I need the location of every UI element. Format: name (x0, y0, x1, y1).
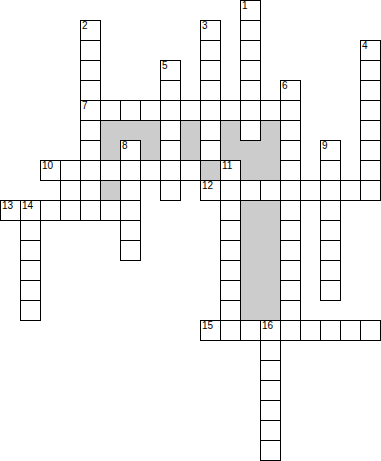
grid-cell[interactable]: 1 (240, 0, 261, 21)
grid-cell[interactable] (220, 240, 241, 261)
blocked-cell (240, 200, 260, 220)
grid-cell[interactable] (60, 200, 81, 221)
grid-cell[interactable] (220, 180, 241, 201)
grid-cell[interactable] (220, 280, 241, 301)
grid-cell[interactable] (260, 180, 281, 201)
cell-number: 1 (242, 1, 248, 11)
grid-cell[interactable] (20, 220, 41, 241)
grid-cell[interactable] (160, 120, 181, 141)
blocked-cell (260, 160, 280, 180)
grid-cell[interactable] (60, 160, 81, 181)
grid-cell[interactable] (280, 260, 301, 281)
grid-cell[interactable] (160, 160, 181, 181)
cell-number: 11 (222, 161, 232, 171)
grid-cell[interactable] (260, 360, 281, 381)
blocked-cell (260, 280, 280, 300)
blocked-cell (120, 120, 140, 140)
grid-cell[interactable] (80, 60, 101, 81)
grid-cell[interactable] (320, 320, 341, 341)
blocked-cell (240, 280, 260, 300)
blocked-cell (220, 140, 240, 160)
blocked-cell (140, 120, 160, 140)
grid-cell[interactable] (220, 320, 241, 341)
grid-cell[interactable] (360, 60, 381, 81)
grid-cell[interactable] (100, 200, 121, 221)
grid-cell[interactable] (100, 100, 121, 121)
grid-cell[interactable] (200, 140, 221, 161)
grid-cell[interactable] (240, 40, 261, 61)
blocked-cell (260, 260, 280, 280)
grid-cell[interactable] (80, 80, 101, 101)
blocked-cell (100, 180, 120, 200)
grid-cell[interactable] (180, 100, 201, 121)
grid-cell[interactable]: 6 (280, 80, 301, 101)
crossword-board: 12345678910111213141516 (0, 0, 381, 461)
grid-cell[interactable] (60, 180, 81, 201)
cell-number: 4 (362, 41, 368, 51)
grid-cell[interactable] (280, 320, 301, 341)
grid-cell[interactable] (80, 180, 101, 201)
grid-cell[interactable] (120, 220, 141, 241)
blocked-cell (220, 120, 240, 140)
grid-cell[interactable] (260, 100, 281, 121)
grid-cell[interactable] (200, 100, 221, 121)
grid-cell[interactable]: 4 (360, 40, 381, 61)
grid-cell[interactable] (20, 280, 41, 301)
grid-cell[interactable] (240, 60, 261, 81)
blocked-cell (260, 220, 280, 240)
cell-number: 8 (122, 141, 128, 151)
grid-cell[interactable] (280, 240, 301, 261)
blocked-cell (240, 260, 260, 280)
cell-number: 5 (162, 61, 168, 71)
blocked-cell (260, 240, 280, 260)
grid-cell[interactable] (280, 160, 301, 181)
grid-cell[interactable] (80, 40, 101, 61)
grid-cell[interactable] (360, 140, 381, 161)
blocked-cell (140, 140, 160, 160)
grid-cell[interactable]: 10 (40, 160, 61, 181)
cell-number: 16 (262, 321, 273, 331)
blocked-cell (260, 200, 280, 220)
grid-cell[interactable] (360, 320, 381, 341)
blocked-cell (100, 120, 120, 140)
grid-cell[interactable] (320, 280, 341, 301)
grid-cell[interactable]: 3 (200, 20, 221, 41)
grid-cell[interactable]: 7 (80, 100, 101, 121)
grid-cell[interactable] (280, 180, 301, 201)
grid-cell[interactable] (220, 300, 241, 321)
grid-cell[interactable] (160, 100, 181, 121)
blocked-cell (200, 160, 220, 180)
grid-cell[interactable]: 16 (260, 320, 281, 341)
cell-number: 14 (22, 201, 33, 211)
grid-cell[interactable]: 11 (220, 160, 241, 181)
grid-cell[interactable] (200, 40, 221, 61)
grid-cell[interactable]: 14 (20, 200, 41, 221)
grid-cell[interactable] (240, 20, 261, 41)
grid-cell[interactable] (320, 220, 341, 241)
grid-cell[interactable] (280, 200, 301, 221)
grid-cell[interactable] (280, 100, 301, 121)
grid-cell[interactable] (340, 180, 361, 201)
grid-cell[interactable] (240, 320, 261, 341)
grid-cell[interactable] (80, 160, 101, 181)
grid-cell[interactable] (120, 200, 141, 221)
grid-cell[interactable] (300, 180, 321, 201)
grid-cell[interactable] (120, 180, 141, 201)
grid-cell[interactable] (80, 200, 101, 221)
grid-cell[interactable] (240, 180, 261, 201)
grid-cell[interactable]: 15 (200, 320, 221, 341)
grid-cell[interactable]: 5 (160, 60, 181, 81)
grid-cell[interactable] (20, 300, 41, 321)
cell-number: 6 (282, 81, 288, 91)
grid-cell[interactable] (220, 100, 241, 121)
grid-cell[interactable] (220, 200, 241, 221)
blocked-cell (260, 140, 280, 160)
grid-cell[interactable] (20, 240, 41, 261)
grid-cell[interactable] (160, 80, 181, 101)
grid-cell[interactable]: 2 (80, 20, 101, 41)
grid-cell[interactable] (260, 440, 281, 461)
grid-cell[interactable] (260, 380, 281, 401)
blocked-cell (240, 220, 260, 240)
grid-cell[interactable] (240, 80, 261, 101)
grid-cell[interactable] (340, 320, 361, 341)
cell-number: 9 (322, 141, 328, 151)
grid-cell[interactable] (360, 120, 381, 141)
blocked-cell (260, 120, 280, 140)
grid-cell[interactable] (80, 140, 101, 161)
grid-cell[interactable] (140, 160, 161, 181)
grid-cell[interactable] (280, 140, 301, 161)
blocked-cell (240, 240, 260, 260)
grid-cell[interactable] (280, 120, 301, 141)
blocked-cell (260, 300, 280, 320)
blocked-cell (240, 140, 260, 160)
grid-cell[interactable]: 8 (120, 140, 141, 161)
grid-cell[interactable] (220, 220, 241, 241)
grid-cell[interactable] (120, 240, 141, 261)
grid-cell[interactable] (240, 100, 261, 121)
grid-cell[interactable] (320, 160, 341, 181)
grid-cell[interactable] (120, 160, 141, 181)
grid-cell[interactable]: 13 (0, 200, 21, 221)
grid-cell[interactable] (140, 100, 161, 121)
grid-cell[interactable] (300, 320, 321, 341)
grid-cell[interactable] (280, 220, 301, 241)
cell-number: 3 (202, 21, 208, 31)
grid-cell[interactable] (260, 400, 281, 421)
blocked-cell (100, 140, 120, 160)
cell-number: 15 (202, 321, 213, 331)
cell-number: 12 (202, 181, 213, 191)
grid-cell[interactable] (120, 100, 141, 121)
blocked-cell (180, 140, 200, 160)
grid-cell[interactable] (240, 120, 261, 141)
grid-cell[interactable] (200, 80, 221, 101)
grid-cell[interactable] (220, 260, 241, 281)
cell-number: 10 (42, 161, 53, 171)
grid-cell[interactable] (360, 180, 381, 201)
cell-number: 13 (2, 201, 13, 211)
grid-cell[interactable] (160, 180, 181, 201)
grid-cell[interactable] (200, 120, 221, 141)
grid-cell[interactable] (280, 300, 301, 321)
grid-cell[interactable] (320, 180, 341, 201)
grid-cell[interactable] (80, 120, 101, 141)
grid-cell[interactable] (180, 160, 201, 181)
grid-cell[interactable] (320, 240, 341, 261)
grid-cell[interactable]: 9 (320, 140, 341, 161)
grid-cell[interactable] (100, 160, 121, 181)
grid-cell[interactable] (280, 280, 301, 301)
grid-cell[interactable] (20, 260, 41, 281)
cell-number: 2 (82, 21, 88, 31)
blocked-cell (180, 120, 200, 140)
grid-cell[interactable] (360, 160, 381, 181)
grid-cell[interactable] (360, 80, 381, 101)
blocked-cell (240, 160, 260, 180)
grid-cell[interactable] (320, 260, 341, 281)
grid-cell[interactable] (320, 200, 341, 221)
cell-number: 7 (82, 101, 88, 111)
grid-cell[interactable] (200, 60, 221, 81)
grid-cell[interactable] (260, 420, 281, 441)
grid-cell[interactable] (360, 100, 381, 121)
grid-cell[interactable] (260, 340, 281, 361)
grid-cell[interactable] (160, 140, 181, 161)
blocked-cell (240, 300, 260, 320)
grid-cell[interactable] (40, 200, 61, 221)
grid-cell[interactable]: 12 (200, 180, 221, 201)
